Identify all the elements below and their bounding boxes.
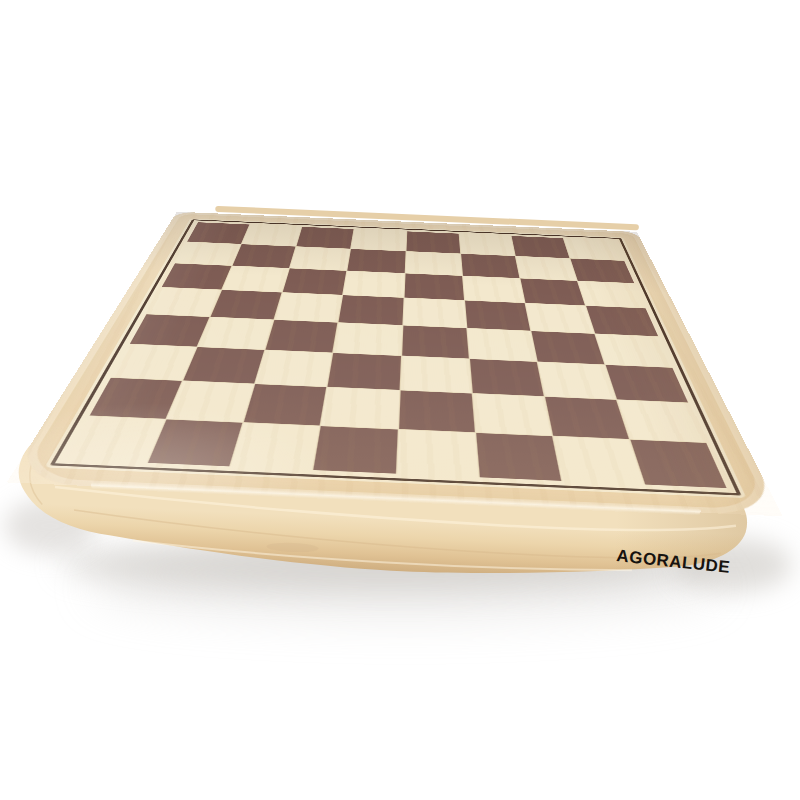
square-a7 <box>175 242 241 266</box>
square-e4 <box>402 325 469 358</box>
square-b6 <box>222 266 289 292</box>
square-g7 <box>516 256 577 280</box>
board-insert <box>50 219 742 495</box>
square-d6 <box>343 271 404 298</box>
square-g3 <box>537 362 615 399</box>
square-c5 <box>275 293 343 322</box>
square-e6 <box>404 274 464 301</box>
square-b3 <box>183 347 264 383</box>
chessboard-assembly: AGORALUDE <box>0 0 800 800</box>
square-h4 <box>595 334 672 367</box>
square-e3 <box>400 356 471 393</box>
square-c4 <box>266 320 338 353</box>
square-f6 <box>463 276 525 303</box>
square-h1 <box>630 440 726 488</box>
square-d8 <box>351 229 406 251</box>
square-c2 <box>244 384 327 425</box>
square-f2 <box>472 393 551 435</box>
square-d3 <box>328 353 401 390</box>
square-d1 <box>314 426 398 474</box>
square-f8 <box>459 234 515 256</box>
square-g8 <box>511 236 569 258</box>
square-d5 <box>339 295 403 324</box>
square-h6 <box>578 281 646 308</box>
square-b5 <box>211 290 282 319</box>
square-f7 <box>461 254 519 278</box>
square-f4 <box>467 328 536 361</box>
square-e2 <box>398 390 474 432</box>
square-e1 <box>397 429 479 477</box>
square-f5 <box>465 301 530 331</box>
square-d7 <box>348 249 406 273</box>
square-h2 <box>617 400 706 442</box>
square-g2 <box>545 397 629 439</box>
square-f3 <box>470 359 544 396</box>
square-b8 <box>242 225 302 247</box>
square-a6 <box>162 264 232 290</box>
square-g5 <box>525 303 594 333</box>
square-f1 <box>476 433 561 481</box>
square-c7 <box>290 247 350 271</box>
square-d4 <box>334 323 402 356</box>
square-c6 <box>283 269 347 295</box>
square-a4 <box>130 314 210 346</box>
square-b7 <box>233 244 296 268</box>
square-e5 <box>403 298 466 328</box>
square-a8 <box>187 222 249 244</box>
square-c3 <box>256 350 333 387</box>
square-c1 <box>231 423 320 470</box>
square-g4 <box>531 331 604 364</box>
square-a5 <box>147 287 221 316</box>
square-c8 <box>297 227 354 249</box>
square-h3 <box>605 365 688 403</box>
chessboard <box>65 222 726 488</box>
square-e7 <box>405 251 462 275</box>
square-h8 <box>564 238 625 260</box>
square-a3 <box>111 344 196 380</box>
square-e8 <box>406 231 460 253</box>
product-photo: AGORALUDE <box>0 0 800 800</box>
square-h7 <box>570 259 634 284</box>
square-g6 <box>520 279 585 306</box>
square-b4 <box>198 317 274 349</box>
square-d2 <box>321 387 399 429</box>
square-g1 <box>553 436 644 484</box>
square-b2 <box>167 381 254 422</box>
square-h5 <box>586 306 658 336</box>
square-b1 <box>148 419 243 466</box>
